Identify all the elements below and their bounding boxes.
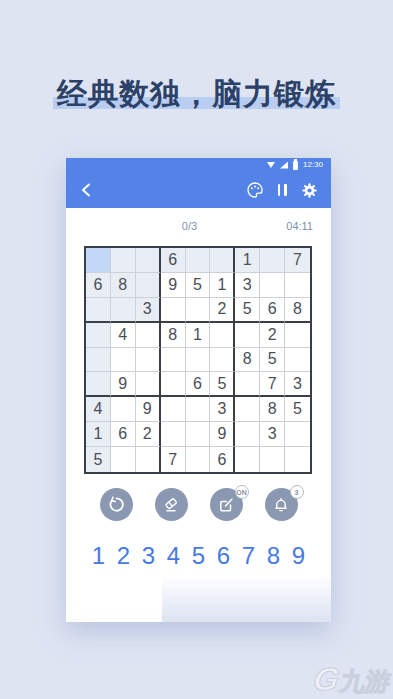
sudoku-cell-r6c4[interactable] [161,372,186,397]
app-bar [66,172,331,208]
palette-icon [246,181,264,199]
sudoku-cell-r7c1[interactable]: 4 [86,397,111,422]
signal-icon [280,162,288,169]
numpad-2[interactable]: 2 [115,544,132,568]
game-stats: 0/3 04:11 [66,220,313,234]
gear-icon [301,182,318,199]
notes-pencil-icon [217,496,235,514]
sudoku-cell-r8c3[interactable]: 2 [136,422,161,447]
sudoku-cell-r5c4[interactable] [161,348,186,373]
theme-palette-button[interactable] [246,181,264,199]
sudoku-cell-r3c4[interactable] [161,298,186,323]
sudoku-cell-r4c5[interactable]: 1 [186,323,211,348]
sudoku-cell-r1c1[interactable] [86,248,111,273]
sudoku-cell-r1c7[interactable]: 1 [235,248,260,273]
sudoku-cell-r6c3[interactable] [136,372,161,397]
sudoku-cell-r4c4[interactable]: 8 [161,323,186,348]
bell-icon [272,496,290,514]
sudoku-cell-r5c9[interactable] [285,348,310,373]
sudoku-cell-r3c2[interactable] [111,298,136,323]
notes-on-badge: ON [235,485,249,499]
watermark-text: 九游 [338,668,393,696]
sudoku-cell-r7c9[interactable]: 5 [285,397,310,422]
sudoku-cell-r4c9[interactable] [285,323,310,348]
sudoku-cell-r5c7[interactable]: 8 [235,348,260,373]
sudoku-cell-r4c6[interactable] [210,323,235,348]
sudoku-cell-r2c5[interactable]: 5 [186,273,211,298]
sudoku-cell-r6c6[interactable]: 5 [210,372,235,397]
eraser-button[interactable] [155,488,188,521]
numpad-9[interactable]: 9 [290,544,307,568]
jiuyou-logo-icon: G [311,663,342,695]
sudoku-cell-r2c3[interactable] [136,273,161,298]
sudoku-cell-r8c5[interactable] [186,422,211,447]
sudoku-cell-r5c1[interactable] [86,348,111,373]
sudoku-cell-r3c5[interactable] [186,298,211,323]
watermark-jiuyou: G 九游 [311,663,393,695]
sudoku-cell-r2c8[interactable] [260,273,285,298]
number-pad: 123456789 [66,544,331,568]
sudoku-cell-r8c6[interactable]: 9 [210,422,235,447]
undo-icon [107,495,126,514]
sudoku-cell-r5c6[interactable] [210,348,235,373]
sudoku-cell-r2c7[interactable]: 3 [235,273,260,298]
sudoku-cell-r1c6[interactable] [210,248,235,273]
sudoku-cell-r2c4[interactable]: 9 [161,273,186,298]
sudoku-cell-r8c1[interactable]: 1 [86,422,111,447]
page: 经典数独，脑力锻炼 12:30 [0,0,393,699]
sudoku-cell-r5c2[interactable] [111,348,136,373]
numpad-8[interactable]: 8 [265,544,282,568]
toolbar: ON 3 [66,488,331,521]
screenshot-fade [162,576,331,622]
numpad-5[interactable]: 5 [190,544,207,568]
sudoku-cell-r2c1[interactable]: 6 [86,273,111,298]
sudoku-cell-r4c3[interactable] [136,323,161,348]
sudoku-cell-r9c9[interactable] [285,447,310,472]
sudoku-cell-r3c8[interactable]: 6 [260,298,285,323]
sudoku-cell-r7c6[interactable]: 3 [210,397,235,422]
mistakes-counter: 0/3 [66,220,313,232]
sudoku-cell-r6c2[interactable]: 9 [111,372,136,397]
sudoku-board: 61768951332568481285965734938516293576 [84,246,312,474]
wifi-icon [267,162,275,168]
sudoku-cell-r4c2[interactable]: 4 [111,323,136,348]
sudoku-cell-r6c7[interactable] [235,372,260,397]
sudoku-cell-r1c8[interactable] [260,248,285,273]
sudoku-cell-r3c3[interactable]: 3 [136,298,161,323]
numpad-1[interactable]: 1 [90,544,107,568]
sudoku-cell-r7c7[interactable] [235,397,260,422]
sudoku-cell-r6c5[interactable]: 6 [186,372,211,397]
sudoku-cell-r7c4[interactable] [161,397,186,422]
sudoku-cell-r8c2[interactable]: 6 [111,422,136,447]
numpad-3[interactable]: 3 [140,544,157,568]
sudoku-cell-r3c7[interactable]: 5 [235,298,260,323]
sudoku-cell-r4c8[interactable]: 2 [260,323,285,348]
sudoku-cell-r9c1[interactable]: 5 [86,447,111,472]
sudoku-cell-r6c8[interactable]: 7 [260,372,285,397]
sudoku-cell-r6c9[interactable]: 3 [285,372,310,397]
app-bar-actions [246,181,318,199]
status-time: 12:30 [303,161,323,169]
sudoku-cell-r2c9[interactable] [285,273,310,298]
sudoku-cell-r9c4[interactable]: 7 [161,447,186,472]
sudoku-cell-r4c1[interactable] [86,323,111,348]
page-title: 经典数独，脑力锻炼 [0,74,393,115]
sudoku-cell-r1c9[interactable]: 7 [285,248,310,273]
sudoku-cell-r3c9[interactable]: 8 [285,298,310,323]
notes-button[interactable]: ON [210,488,243,521]
sudoku-cell-r3c6[interactable]: 2 [210,298,235,323]
hint-button[interactable]: 3 [265,488,298,521]
sudoku-cell-r7c3[interactable]: 9 [136,397,161,422]
sudoku-cell-r1c2[interactable] [111,248,136,273]
sudoku-cell-r7c2[interactable] [111,397,136,422]
sudoku-cell-r9c6[interactable]: 6 [210,447,235,472]
sudoku-cell-r5c5[interactable] [186,348,211,373]
sudoku-cell-r7c5[interactable] [186,397,211,422]
numpad-6[interactable]: 6 [215,544,232,568]
back-button[interactable] [79,182,95,198]
numpad-4[interactable]: 4 [165,544,182,568]
sudoku-cell-r8c9[interactable] [285,422,310,447]
sudoku-cell-r3c1[interactable] [86,298,111,323]
sudoku-cell-r1c5[interactable] [186,248,211,273]
back-chevron-icon [79,182,95,198]
undo-button[interactable] [100,488,133,521]
sudoku-cell-r9c7[interactable] [235,447,260,472]
sudoku-cell-r8c8[interactable]: 3 [260,422,285,447]
sudoku-cell-r1c3[interactable] [136,248,161,273]
sudoku-cell-r2c2[interactable]: 8 [111,273,136,298]
sudoku-cell-r5c8[interactable]: 5 [260,348,285,373]
sudoku-cell-r9c8[interactable] [260,447,285,472]
sudoku-cell-r9c2[interactable] [111,447,136,472]
hint-count-badge: 3 [290,485,304,499]
sudoku-cell-r8c7[interactable] [235,422,260,447]
sudoku-cell-r6c1[interactable] [86,372,111,397]
phone-screenshot: 12:30 [66,158,331,622]
sudoku-cell-r7c8[interactable]: 8 [260,397,285,422]
sudoku-cell-r8c4[interactable] [161,422,186,447]
settings-button[interactable] [300,181,318,199]
eraser-icon [162,496,180,514]
sudoku-cell-r9c3[interactable] [136,447,161,472]
pause-icon [278,184,281,196]
pause-button[interactable] [273,181,291,199]
battery-icon [293,161,298,170]
sudoku-cell-r4c7[interactable] [235,323,260,348]
status-bar: 12:30 [66,158,331,172]
page-title-text: 经典数独，脑力锻炼 [53,77,340,110]
timer: 04:11 [286,220,313,232]
sudoku-cell-r5c3[interactable] [136,348,161,373]
numpad-7[interactable]: 7 [240,544,257,568]
sudoku-cell-r2c6[interactable]: 1 [210,273,235,298]
sudoku-cell-r9c5[interactable] [186,447,211,472]
sudoku-cell-r1c4[interactable]: 6 [161,248,186,273]
